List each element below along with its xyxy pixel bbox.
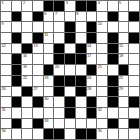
black-cell: [87, 22, 97, 32]
black-cell: [129, 119, 139, 129]
white-cell[interactable]: [22, 33, 32, 43]
white-cell[interactable]: [12, 108, 22, 118]
white-cell[interactable]: 24: [87, 76, 97, 86]
white-cell[interactable]: [119, 22, 129, 32]
black-cell: [33, 119, 43, 129]
white-cell[interactable]: [97, 12, 107, 22]
black-cell: [108, 87, 118, 97]
white-cell[interactable]: [129, 87, 139, 97]
clue-number: 31: [2, 108, 6, 112]
white-cell[interactable]: [12, 1, 22, 11]
white-cell[interactable]: [65, 44, 75, 54]
white-cell[interactable]: 15: [119, 44, 129, 54]
clue-number: 13: [34, 44, 38, 48]
white-cell[interactable]: [22, 108, 32, 118]
black-cell: [44, 65, 54, 75]
black-cell: [44, 1, 54, 11]
white-cell[interactable]: [22, 22, 32, 32]
black-cell: [44, 129, 54, 139]
black-cell: [87, 129, 97, 139]
white-cell[interactable]: [33, 129, 43, 139]
clue-number: 12: [2, 44, 6, 48]
white-cell[interactable]: [119, 129, 129, 139]
white-cell[interactable]: [129, 22, 139, 32]
white-cell[interactable]: 6: [44, 12, 54, 22]
clue-number: 7: [55, 12, 57, 16]
white-cell[interactable]: [97, 33, 107, 43]
white-cell[interactable]: [87, 12, 97, 22]
black-cell: [54, 129, 64, 139]
clue-number: 2: [23, 1, 25, 5]
white-cell[interactable]: [119, 97, 129, 107]
black-cell: [108, 54, 118, 64]
clue-number: 14: [87, 44, 91, 48]
white-cell[interactable]: [54, 33, 64, 43]
clue-number: 6: [44, 12, 46, 16]
clue-number: 23: [44, 76, 48, 80]
white-cell[interactable]: [33, 22, 43, 32]
clue-number: 5: [119, 1, 121, 5]
white-cell[interactable]: [1, 54, 11, 64]
black-cell: [108, 33, 118, 43]
clue-number: 16: [23, 54, 27, 58]
clue-number: 32: [98, 108, 102, 112]
black-cell: [76, 129, 86, 139]
white-cell[interactable]: 23: [44, 76, 54, 86]
white-cell[interactable]: [119, 12, 129, 22]
white-cell[interactable]: [22, 129, 32, 139]
white-cell[interactable]: [119, 33, 129, 43]
white-cell[interactable]: 19: [22, 65, 32, 75]
white-cell[interactable]: 1: [1, 1, 11, 11]
white-cell[interactable]: [129, 65, 139, 75]
black-cell: [12, 76, 22, 86]
white-cell[interactable]: 21: [97, 65, 107, 75]
black-cell: [87, 1, 97, 11]
white-cell[interactable]: 29: [119, 87, 129, 97]
black-cell: [108, 76, 118, 86]
black-cell: [12, 54, 22, 64]
white-cell[interactable]: 7: [54, 12, 64, 22]
black-cell: [76, 87, 86, 97]
black-cell: [12, 119, 22, 129]
white-cell[interactable]: [97, 44, 107, 54]
black-cell: [54, 44, 64, 54]
white-cell[interactable]: [129, 1, 139, 11]
clue-number: 4: [98, 1, 100, 5]
white-cell[interactable]: [108, 108, 118, 118]
white-cell[interactable]: 34: [1, 129, 11, 139]
white-cell[interactable]: [97, 87, 107, 97]
white-cell[interactable]: [12, 87, 22, 97]
white-cell[interactable]: [33, 76, 43, 86]
clue-number: 10: [98, 22, 102, 26]
clue-number: 11: [44, 33, 48, 37]
white-cell[interactable]: [33, 65, 43, 75]
clue-number: 26: [2, 87, 6, 91]
white-cell[interactable]: 33: [44, 119, 54, 129]
black-cell: [22, 87, 32, 97]
black-cell: [65, 33, 75, 43]
black-cell: [22, 44, 32, 54]
white-cell[interactable]: [129, 129, 139, 139]
white-cell[interactable]: 2: [22, 1, 32, 11]
white-cell[interactable]: 3: [65, 1, 75, 11]
white-cell[interactable]: 26: [1, 87, 11, 97]
white-cell[interactable]: [1, 33, 11, 43]
clue-number: 1: [2, 1, 4, 5]
black-cell: [76, 44, 86, 54]
white-cell[interactable]: [108, 129, 118, 139]
white-cell[interactable]: [97, 119, 107, 129]
white-cell[interactable]: 30: [44, 97, 54, 107]
white-cell[interactable]: [1, 65, 11, 75]
clue-number: 15: [119, 44, 123, 48]
clue-number: 8: [76, 12, 78, 16]
black-cell: [76, 54, 86, 64]
white-cell[interactable]: [87, 119, 97, 129]
black-cell: [33, 12, 43, 22]
white-cell[interactable]: [76, 22, 86, 32]
black-cell: [65, 108, 75, 118]
white-cell[interactable]: 10: [97, 22, 107, 32]
clue-number: 28: [87, 87, 91, 91]
white-cell[interactable]: [119, 119, 129, 129]
white-cell[interactable]: [119, 108, 129, 118]
white-cell[interactable]: [108, 65, 118, 75]
white-cell[interactable]: 22: [22, 76, 32, 86]
white-cell[interactable]: 18: [119, 54, 129, 64]
white-cell[interactable]: [33, 108, 43, 118]
black-cell: [65, 76, 75, 86]
clue-number: 20: [55, 65, 59, 69]
black-cell: [76, 76, 86, 86]
white-cell[interactable]: 5: [119, 1, 129, 11]
white-cell[interactable]: [54, 108, 64, 118]
white-cell[interactable]: 13: [33, 44, 43, 54]
clue-number: 9: [2, 22, 4, 26]
white-cell[interactable]: [65, 129, 75, 139]
white-cell[interactable]: [129, 76, 139, 86]
black-cell: [54, 76, 64, 86]
white-cell[interactable]: 4: [97, 1, 107, 11]
black-cell: [87, 97, 97, 107]
white-cell[interactable]: [65, 12, 75, 22]
clue-number: 35: [98, 129, 102, 133]
clue-number: 27: [34, 87, 38, 91]
white-cell[interactable]: [76, 119, 86, 129]
white-cell[interactable]: 27: [33, 87, 43, 97]
crossword-grid: 1234567891011121314151617181920212223242…: [0, 0, 140, 140]
black-cell: [108, 97, 118, 107]
black-cell: [54, 1, 64, 11]
clue-number: 33: [44, 119, 48, 123]
clue-number: 22: [23, 76, 27, 80]
black-cell: [87, 65, 97, 75]
black-cell: [108, 44, 118, 54]
clue-number: 24: [87, 76, 91, 80]
white-cell[interactable]: [22, 97, 32, 107]
black-cell: [12, 97, 22, 107]
clue-number: 18: [119, 54, 123, 58]
clue-number: 25: [119, 76, 123, 80]
white-cell[interactable]: [65, 87, 75, 97]
white-cell[interactable]: 16: [22, 54, 32, 64]
white-cell[interactable]: 32: [97, 108, 107, 118]
white-cell[interactable]: [65, 65, 75, 75]
clue-number: 3: [66, 1, 68, 5]
white-cell[interactable]: 12: [1, 44, 11, 54]
white-cell[interactable]: [108, 1, 118, 11]
white-cell[interactable]: 20: [54, 65, 64, 75]
black-cell: [129, 33, 139, 43]
black-cell: [87, 33, 97, 43]
clue-number: 21: [98, 65, 102, 69]
black-cell: [33, 33, 43, 43]
white-cell[interactable]: [12, 44, 22, 54]
white-cell[interactable]: [76, 65, 86, 75]
clue-number: 34: [2, 129, 6, 133]
black-cell: [108, 119, 118, 129]
black-cell: [65, 22, 75, 32]
black-cell: [87, 108, 97, 118]
white-cell[interactable]: [44, 108, 54, 118]
white-cell[interactable]: [76, 108, 86, 118]
black-cell: [12, 33, 22, 43]
white-cell[interactable]: [108, 22, 118, 32]
white-cell[interactable]: [97, 54, 107, 64]
white-cell[interactable]: [76, 97, 86, 107]
white-cell[interactable]: [54, 97, 64, 107]
white-cell[interactable]: 35: [97, 129, 107, 139]
black-cell: [108, 12, 118, 22]
white-cell[interactable]: [33, 1, 43, 11]
black-cell: [65, 54, 75, 64]
white-cell[interactable]: [44, 44, 54, 54]
white-cell[interactable]: [97, 76, 107, 86]
black-cell: [54, 54, 64, 64]
white-cell[interactable]: [22, 12, 32, 22]
white-cell[interactable]: [54, 119, 64, 129]
white-cell[interactable]: [54, 22, 64, 32]
clue-number: 30: [44, 97, 48, 101]
clue-number: 19: [23, 65, 27, 69]
black-cell: [129, 12, 139, 22]
black-cell: [65, 97, 75, 107]
black-cell: [129, 97, 139, 107]
white-cell[interactable]: [1, 76, 11, 86]
white-cell[interactable]: [129, 54, 139, 64]
white-cell[interactable]: [44, 54, 54, 64]
white-cell[interactable]: [129, 108, 139, 118]
white-cell[interactable]: [129, 44, 139, 54]
white-cell[interactable]: 11: [44, 33, 54, 43]
white-cell[interactable]: [44, 87, 54, 97]
white-cell[interactable]: 17: [87, 54, 97, 64]
white-cell[interactable]: 8: [76, 12, 86, 22]
clue-number: 29: [119, 87, 123, 91]
black-cell: [12, 65, 22, 75]
white-cell[interactable]: [97, 97, 107, 107]
white-cell[interactable]: 9: [1, 22, 11, 32]
white-cell[interactable]: [1, 97, 11, 107]
white-cell[interactable]: [1, 119, 11, 129]
white-cell[interactable]: 28: [87, 87, 97, 97]
white-cell[interactable]: [33, 54, 43, 64]
white-cell[interactable]: [1, 12, 11, 22]
white-cell[interactable]: [12, 129, 22, 139]
white-cell[interactable]: [76, 33, 86, 43]
white-cell[interactable]: [22, 119, 32, 129]
white-cell[interactable]: [44, 22, 54, 32]
black-cell: [119, 65, 129, 75]
white-cell[interactable]: 14: [87, 44, 97, 54]
white-cell[interactable]: [12, 22, 22, 32]
black-cell: [12, 12, 22, 22]
black-cell: [33, 97, 43, 107]
white-cell[interactable]: 25: [119, 76, 129, 86]
black-cell: [54, 87, 64, 97]
clue-number: 17: [87, 54, 91, 58]
black-cell: [76, 1, 86, 11]
white-cell[interactable]: [65, 119, 75, 129]
white-cell[interactable]: 31: [1, 108, 11, 118]
